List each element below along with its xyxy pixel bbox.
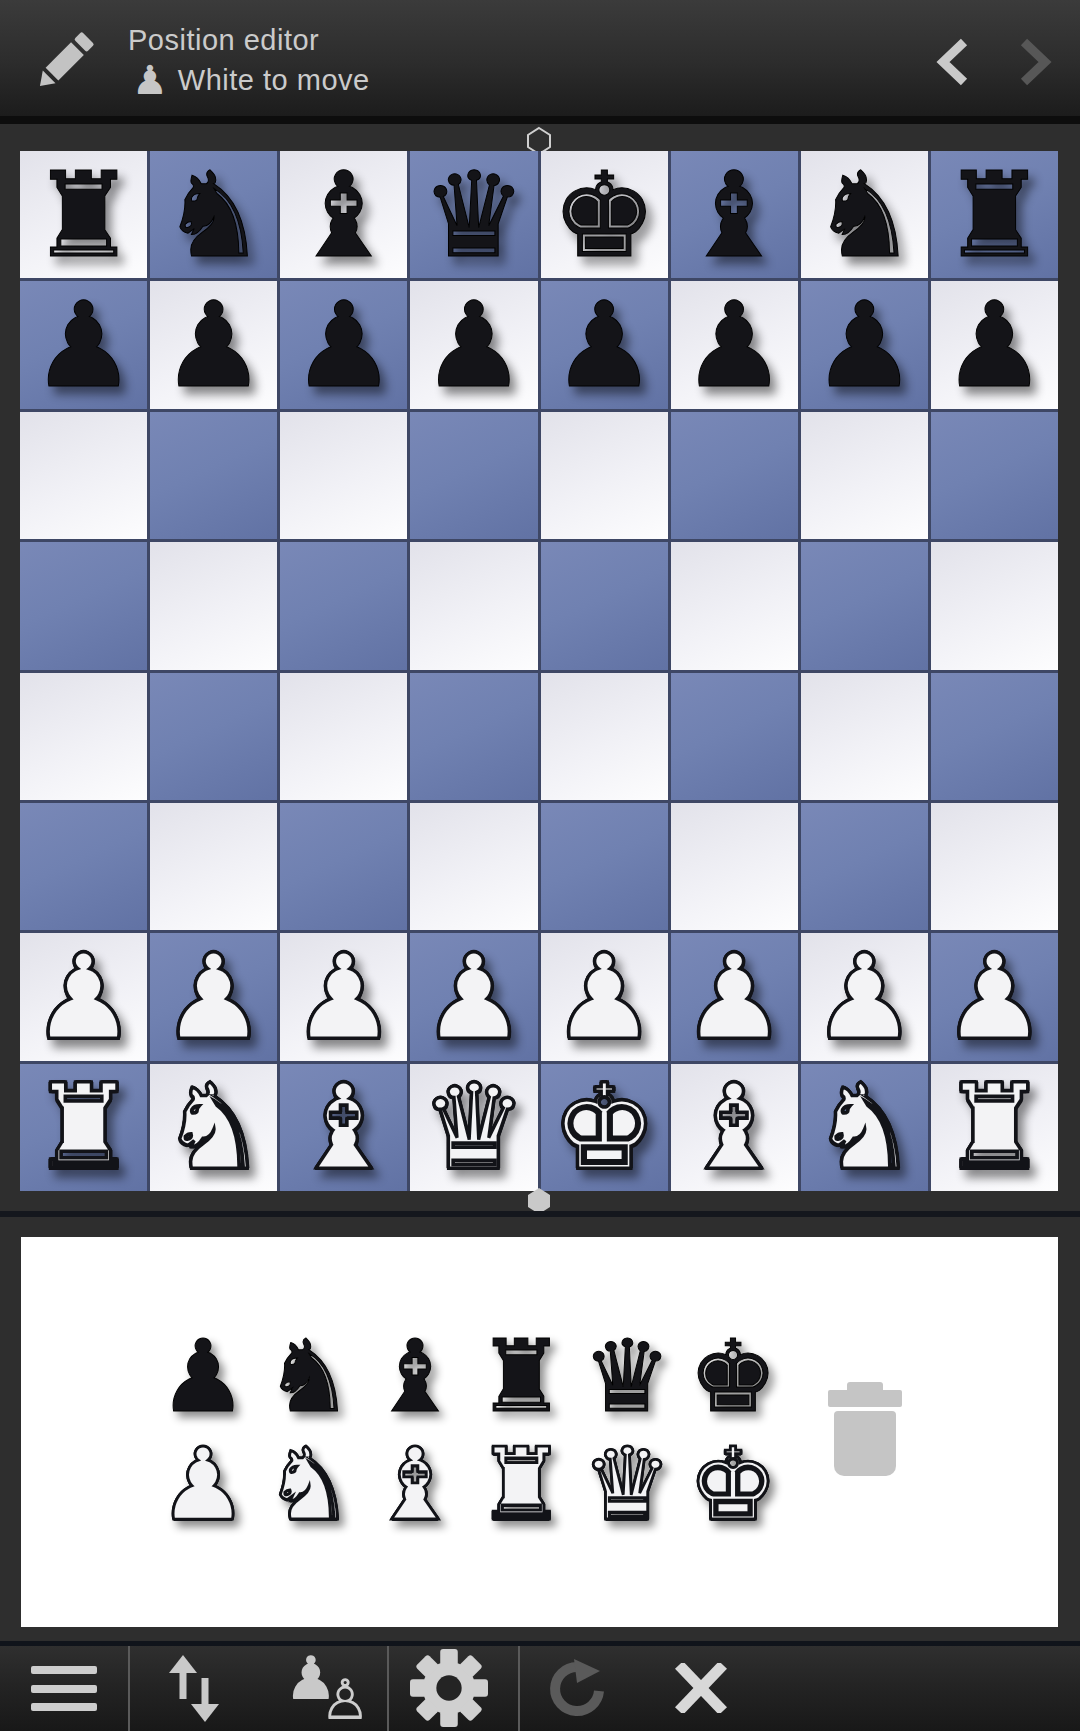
piece-black-pawn: ♟	[811, 286, 917, 404]
close-icon[interactable]	[674, 1663, 728, 1713]
square-b7[interactable]: ♟	[150, 281, 277, 408]
settings-gear-icon[interactable]	[410, 1649, 488, 1727]
square-a1[interactable]: ♜	[20, 1064, 147, 1191]
piece-black-king: ♚	[551, 156, 657, 274]
piece-black-pawn: ♟	[942, 286, 1048, 404]
palette-piece-glyph: ♚	[688, 1435, 778, 1535]
palette-piece-glyph: ♞	[264, 1327, 354, 1427]
square-f2[interactable]: ♟	[671, 933, 798, 1060]
square-h7[interactable]: ♟	[931, 281, 1058, 408]
square-h4[interactable]	[931, 673, 1058, 800]
square-f3[interactable]	[671, 803, 798, 930]
piece-white-pawn: ♟	[291, 938, 397, 1056]
piece-black-pawn: ♟	[551, 286, 657, 404]
square-h8[interactable]: ♜	[931, 151, 1058, 278]
topbar-shadow-divider	[0, 116, 1080, 124]
square-b4[interactable]	[150, 673, 277, 800]
piece-white-pawn: ♟	[811, 938, 917, 1056]
palette-black-row: ♟♞♝♜♛♚	[150, 1324, 790, 1430]
square-g3[interactable]	[801, 803, 928, 930]
palette-white-bishop[interactable]: ♝	[362, 1432, 468, 1538]
piece-black-pawn: ♟	[31, 286, 137, 404]
square-e7[interactable]: ♟	[541, 281, 668, 408]
square-e6[interactable]	[541, 412, 668, 539]
square-e2[interactable]: ♟	[541, 933, 668, 1060]
trash-lid	[828, 1390, 902, 1407]
piece-palette-panel: ♟♞♝♜♛♚ ♟♞♝♜♛♚	[21, 1237, 1058, 1627]
piece-white-pawn: ♟	[421, 938, 527, 1056]
piece-black-pawn: ♟	[681, 286, 787, 404]
palette-white-king[interactable]: ♚	[680, 1432, 786, 1538]
square-d5[interactable]	[410, 542, 537, 669]
square-b8[interactable]: ♞	[150, 151, 277, 278]
trash-icon[interactable]	[828, 1382, 902, 1476]
piece-white-bishop: ♝	[681, 1068, 787, 1186]
square-d4[interactable]	[410, 673, 537, 800]
piece-black-bishop: ♝	[291, 156, 397, 274]
palette-piece-glyph: ♛	[582, 1327, 672, 1427]
pencil-icon	[28, 26, 100, 98]
square-g8[interactable]: ♞	[801, 151, 928, 278]
square-c6[interactable]	[280, 412, 407, 539]
side-to-move-label: White to move	[178, 64, 370, 97]
square-e8[interactable]: ♚	[541, 151, 668, 278]
piece-white-rook: ♜	[31, 1068, 137, 1186]
side-to-move-row: ♟ White to move	[132, 58, 370, 102]
palette-black-pawn[interactable]: ♟	[150, 1324, 256, 1430]
piece-black-pawn: ♟	[161, 286, 267, 404]
palette-piece-glyph: ♚	[688, 1327, 778, 1427]
square-d7[interactable]: ♟	[410, 281, 537, 408]
square-g7[interactable]: ♟	[801, 281, 928, 408]
palette-piece-glyph: ♜	[476, 1435, 566, 1535]
square-e1[interactable]: ♚	[541, 1064, 668, 1191]
palette-piece-glyph: ♟	[158, 1327, 248, 1427]
square-d2[interactable]: ♟	[410, 933, 537, 1060]
piece-white-knight: ♞	[161, 1068, 267, 1186]
piece-black-bishop: ♝	[681, 156, 787, 274]
square-a7[interactable]: ♟	[20, 281, 147, 408]
square-g2[interactable]: ♟	[801, 933, 928, 1060]
palette-white-pawn[interactable]: ♟	[150, 1432, 256, 1538]
palette-piece-glyph: ♜	[476, 1327, 566, 1427]
square-h6[interactable]	[931, 412, 1058, 539]
square-e3[interactable]	[541, 803, 668, 930]
set-pieces-icon[interactable]: ♟ ♙	[284, 1648, 364, 1730]
palette-black-king[interactable]: ♚	[680, 1324, 786, 1430]
palette-white-knight[interactable]: ♞	[256, 1432, 362, 1538]
toolbar-separator	[518, 1646, 520, 1731]
swap-sides-icon[interactable]	[166, 1652, 222, 1724]
square-e5[interactable]	[541, 542, 668, 669]
piece-white-king: ♚	[551, 1068, 657, 1186]
piece-black-rook: ♜	[942, 156, 1048, 274]
piece-black-pawn: ♟	[291, 286, 397, 404]
piece-black-knight: ♞	[811, 156, 917, 274]
next-button[interactable]	[1016, 38, 1054, 86]
palette-piece-glyph: ♛	[582, 1435, 672, 1535]
square-a4[interactable]	[20, 673, 147, 800]
square-c7[interactable]: ♟	[280, 281, 407, 408]
menu-icon[interactable]	[31, 1664, 97, 1712]
square-c5[interactable]	[280, 542, 407, 669]
square-f8[interactable]: ♝	[671, 151, 798, 278]
side-to-move-pawn-icon: ♟	[132, 60, 168, 100]
square-f4[interactable]	[671, 673, 798, 800]
piece-white-pawn: ♟	[681, 938, 787, 1056]
square-b6[interactable]	[150, 412, 277, 539]
top-bar: Position editor ♟ White to move	[0, 0, 1080, 116]
square-h5[interactable]	[931, 542, 1058, 669]
bottom-toolbar: ♟ ♙	[0, 1646, 1080, 1731]
rotate-icon[interactable]	[546, 1658, 608, 1720]
square-h1[interactable]: ♜	[931, 1064, 1058, 1191]
square-f1[interactable]: ♝	[671, 1064, 798, 1191]
square-d8[interactable]: ♛	[410, 151, 537, 278]
square-g1[interactable]: ♞	[801, 1064, 928, 1191]
palette-black-knight[interactable]: ♞	[256, 1324, 362, 1430]
palette-piece-glyph: ♞	[264, 1435, 354, 1535]
square-a8[interactable]: ♜	[20, 151, 147, 278]
trash-body	[834, 1411, 896, 1476]
square-b2[interactable]: ♟	[150, 933, 277, 1060]
square-c8[interactable]: ♝	[280, 151, 407, 278]
square-a2[interactable]: ♟	[20, 933, 147, 1060]
square-f5[interactable]	[671, 542, 798, 669]
previous-button[interactable]	[934, 38, 972, 86]
piece-white-rook: ♜	[942, 1068, 1048, 1186]
palette-black-rook[interactable]: ♜	[468, 1324, 574, 1430]
square-d3[interactable]	[410, 803, 537, 930]
square-h2[interactable]: ♟	[931, 933, 1058, 1060]
piece-black-rook: ♜	[31, 156, 137, 274]
square-a3[interactable]	[20, 803, 147, 930]
palette-black-queen[interactable]: ♛	[574, 1324, 680, 1430]
piece-white-pawn: ♟	[942, 938, 1048, 1056]
palette-white-queen[interactable]: ♛	[574, 1432, 680, 1538]
small-pawn-glyph: ♙	[320, 1672, 370, 1728]
piece-white-knight: ♞	[811, 1068, 917, 1186]
square-g6[interactable]	[801, 412, 928, 539]
square-d6[interactable]	[410, 412, 537, 539]
square-b3[interactable]	[150, 803, 277, 930]
toolbar-separator	[128, 1646, 130, 1731]
toolbar-separator	[387, 1646, 389, 1731]
square-e4[interactable]	[541, 673, 668, 800]
square-c2[interactable]: ♟	[280, 933, 407, 1060]
square-f6[interactable]	[671, 412, 798, 539]
palette-piece-glyph: ♝	[370, 1327, 460, 1427]
chess-board: ♜♞♝♛♚♝♞♜♟♟♟♟♟♟♟♟♟♟♟♟♟♟♟♟♜♞♝♛♚♝♞♜	[20, 151, 1058, 1191]
square-a6[interactable]	[20, 412, 147, 539]
palette-piece-glyph: ♝	[370, 1435, 460, 1535]
square-h3[interactable]	[931, 803, 1058, 930]
palette-black-bishop[interactable]: ♝	[362, 1324, 468, 1430]
piece-white-bishop: ♝	[291, 1068, 397, 1186]
palette-piece-glyph: ♟	[158, 1435, 248, 1535]
piece-black-queen: ♛	[421, 156, 527, 274]
square-g5[interactable]	[801, 542, 928, 669]
square-b5[interactable]	[150, 542, 277, 669]
square-g4[interactable]	[801, 673, 928, 800]
palette-white-row: ♟♞♝♜♛♚	[150, 1432, 790, 1538]
square-f7[interactable]: ♟	[671, 281, 798, 408]
piece-white-pawn: ♟	[31, 938, 137, 1056]
piece-white-queen: ♛	[421, 1068, 527, 1186]
piece-white-pawn: ♟	[161, 938, 267, 1056]
page-title: Position editor	[128, 24, 319, 57]
square-d1[interactable]: ♛	[410, 1064, 537, 1191]
square-b1[interactable]: ♞	[150, 1064, 277, 1191]
piece-black-knight: ♞	[161, 156, 267, 274]
square-c1[interactable]: ♝	[280, 1064, 407, 1191]
palette-white-rook[interactable]: ♜	[468, 1432, 574, 1538]
piece-black-pawn: ♟	[421, 286, 527, 404]
square-c4[interactable]	[280, 673, 407, 800]
square-c3[interactable]	[280, 803, 407, 930]
square-a5[interactable]	[20, 542, 147, 669]
board-panel-divider	[0, 1211, 1080, 1217]
piece-white-pawn: ♟	[551, 938, 657, 1056]
